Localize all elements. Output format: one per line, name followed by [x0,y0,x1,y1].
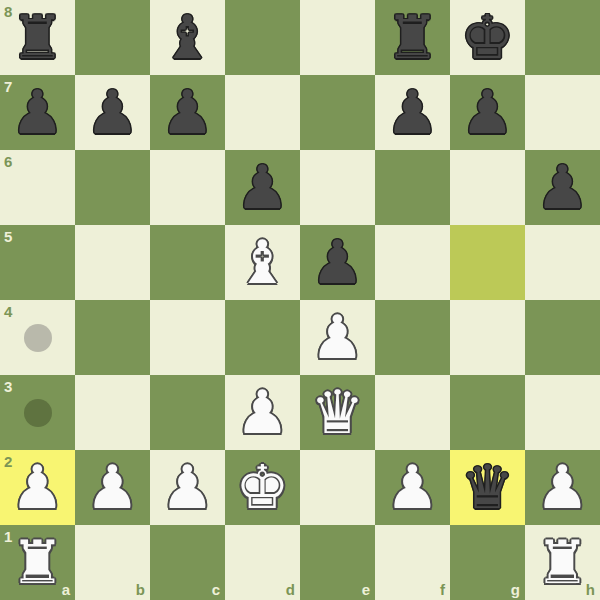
piece-black-king-g8[interactable]: ♚ [450,0,525,75]
square-h4[interactable] [525,300,600,375]
square-a4[interactable]: 4 [0,300,75,375]
square-a3[interactable]: 3 [0,375,75,450]
square-d3[interactable]: ♟ [225,375,300,450]
square-e7[interactable] [300,75,375,150]
piece-white-pawn-d3[interactable]: ♟ [225,375,300,450]
rank-label-3: 3 [4,379,12,394]
square-f2[interactable]: ♟ [375,450,450,525]
piece-black-pawn-c7[interactable]: ♟ [150,75,225,150]
square-g4[interactable] [450,300,525,375]
piece-black-pawn-b7[interactable]: ♟ [75,75,150,150]
square-f3[interactable] [375,375,450,450]
piece-black-pawn-g7[interactable]: ♟ [450,75,525,150]
piece-white-king-d2[interactable]: ♚ [225,450,300,525]
move-hint-dot-a4[interactable] [24,324,52,352]
square-h3[interactable] [525,375,600,450]
square-d2[interactable]: ♚ [225,450,300,525]
file-label-e: e [362,582,370,597]
square-f8[interactable]: ♜ [375,0,450,75]
piece-black-pawn-d6[interactable]: ♟ [225,150,300,225]
file-label-b: b [136,582,145,597]
square-h1[interactable]: h♜ [525,525,600,600]
square-h8[interactable] [525,0,600,75]
piece-white-pawn-b2[interactable]: ♟ [75,450,150,525]
square-b3[interactable] [75,375,150,450]
square-c4[interactable] [150,300,225,375]
square-f5[interactable] [375,225,450,300]
square-d6[interactable]: ♟ [225,150,300,225]
square-f7[interactable]: ♟ [375,75,450,150]
square-b4[interactable] [75,300,150,375]
square-d8[interactable] [225,0,300,75]
file-label-f: f [440,582,445,597]
square-g6[interactable] [450,150,525,225]
file-label-c: c [212,582,220,597]
square-g7[interactable]: ♟ [450,75,525,150]
square-e6[interactable] [300,150,375,225]
square-a7[interactable]: 7♟ [0,75,75,150]
piece-black-rook-a8[interactable]: ♜ [0,0,75,75]
piece-black-rook-f8[interactable]: ♜ [375,0,450,75]
square-g3[interactable] [450,375,525,450]
square-b6[interactable] [75,150,150,225]
chess-board: 8♜♝♜♚7♟♟♟♟♟6♟♟5♝♟4♟3♟♛2♟♟♟♚♟♛♟1a♜bcdefgh… [0,0,600,600]
square-b2[interactable]: ♟ [75,450,150,525]
square-a8[interactable]: 8♜ [0,0,75,75]
piece-white-pawn-a2[interactable]: ♟ [0,450,75,525]
piece-black-pawn-h6[interactable]: ♟ [525,150,600,225]
piece-black-pawn-e5[interactable]: ♟ [300,225,375,300]
square-e2[interactable] [300,450,375,525]
piece-white-rook-a1[interactable]: ♜ [0,525,75,600]
square-d5[interactable]: ♝ [225,225,300,300]
piece-black-pawn-f7[interactable]: ♟ [375,75,450,150]
square-d1[interactable]: d [225,525,300,600]
piece-white-rook-h1[interactable]: ♜ [525,525,600,600]
square-a2[interactable]: 2♟ [0,450,75,525]
square-f1[interactable]: f [375,525,450,600]
square-d7[interactable] [225,75,300,150]
piece-white-pawn-c2[interactable]: ♟ [150,450,225,525]
square-e4[interactable]: ♟ [300,300,375,375]
move-hint-dot-a3[interactable] [24,399,52,427]
square-c3[interactable] [150,375,225,450]
square-g5[interactable] [450,225,525,300]
square-f6[interactable] [375,150,450,225]
square-e3[interactable]: ♛ [300,375,375,450]
file-label-g: g [511,582,520,597]
square-d4[interactable] [225,300,300,375]
file-label-d: d [286,582,295,597]
piece-white-pawn-f2[interactable]: ♟ [375,450,450,525]
piece-black-pawn-a7[interactable]: ♟ [0,75,75,150]
rank-label-4: 4 [4,304,12,319]
rank-label-5: 5 [4,229,12,244]
square-c1[interactable]: c [150,525,225,600]
square-a5[interactable]: 5 [0,225,75,300]
square-c6[interactable] [150,150,225,225]
square-g1[interactable]: g [450,525,525,600]
piece-white-bishop-d5[interactable]: ♝ [225,225,300,300]
piece-white-pawn-e4[interactable]: ♟ [300,300,375,375]
piece-black-bishop-c8[interactable]: ♝ [150,0,225,75]
square-h6[interactable]: ♟ [525,150,600,225]
square-c7[interactable]: ♟ [150,75,225,150]
piece-black-queen-g2[interactable]: ♛ [450,450,525,525]
square-b5[interactable] [75,225,150,300]
square-g8[interactable]: ♚ [450,0,525,75]
rank-label-6: 6 [4,154,12,169]
piece-white-pawn-h2[interactable]: ♟ [525,450,600,525]
square-b7[interactable]: ♟ [75,75,150,150]
square-c5[interactable] [150,225,225,300]
square-f4[interactable] [375,300,450,375]
square-h5[interactable] [525,225,600,300]
piece-white-queen-e3[interactable]: ♛ [300,375,375,450]
square-c2[interactable]: ♟ [150,450,225,525]
square-e8[interactable] [300,0,375,75]
square-h7[interactable] [525,75,600,150]
square-h2[interactable]: ♟ [525,450,600,525]
square-a1[interactable]: 1a♜ [0,525,75,600]
square-e1[interactable]: e [300,525,375,600]
square-a6[interactable]: 6 [0,150,75,225]
square-b1[interactable]: b [75,525,150,600]
square-b8[interactable] [75,0,150,75]
square-c8[interactable]: ♝ [150,0,225,75]
square-e5[interactable]: ♟ [300,225,375,300]
square-g2[interactable]: ♛ [450,450,525,525]
